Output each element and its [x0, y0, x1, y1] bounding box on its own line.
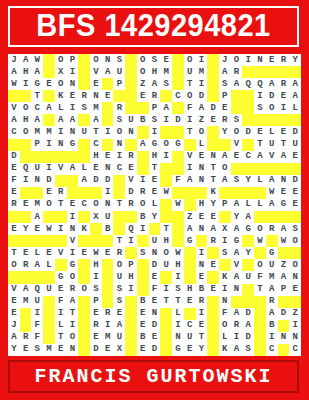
- letter-cell: E: [266, 54, 278, 66]
- letter-cell: G: [31, 78, 43, 90]
- letter-cell: B: [266, 320, 278, 332]
- blocked-cell: [254, 187, 266, 199]
- blocked-cell: [207, 139, 219, 151]
- title-box: BFS 1429294821: [8, 6, 299, 47]
- blocked-cell: [67, 187, 79, 199]
- blocked-cell: [172, 187, 184, 199]
- letter-cell: R: [149, 90, 161, 102]
- blocked-cell: [278, 163, 290, 175]
- letter-cell: T: [254, 139, 266, 151]
- blocked-cell: [55, 151, 67, 163]
- letter-cell: N: [196, 175, 208, 187]
- letter-cell: E: [137, 344, 149, 356]
- blocked-cell: [289, 66, 301, 78]
- letter-cell: R: [113, 102, 125, 114]
- letter-cell: A: [102, 66, 114, 78]
- letter-cell: O: [55, 78, 67, 90]
- letter-cell: N: [55, 139, 67, 151]
- blocked-cell: [207, 126, 219, 138]
- letter-cell: E: [102, 344, 114, 356]
- letter-cell: O: [20, 126, 32, 138]
- letter-cell: T: [172, 296, 184, 308]
- letter-cell: W: [8, 78, 20, 90]
- letter-cell: A: [266, 78, 278, 90]
- letter-cell: N: [289, 271, 301, 283]
- blocked-cell: [78, 344, 90, 356]
- blocked-cell: [254, 344, 266, 356]
- letter-cell: S: [113, 296, 125, 308]
- blocked-cell: [78, 259, 90, 271]
- blocked-cell: [278, 247, 290, 259]
- letter-cell: R: [90, 320, 102, 332]
- letter-cell: T: [55, 332, 67, 344]
- letter-cell: N: [278, 332, 290, 344]
- blocked-cell: [254, 114, 266, 126]
- letter-cell: D: [242, 332, 254, 344]
- blocked-cell: [160, 126, 172, 138]
- blocked-cell: [289, 163, 301, 175]
- blocked-cell: [266, 211, 278, 223]
- letter-cell: A: [278, 271, 290, 283]
- letter-cell: U: [113, 271, 125, 283]
- letter-cell: G: [55, 271, 67, 283]
- letter-cell: F: [219, 308, 231, 320]
- letter-cell: E: [67, 199, 79, 211]
- blocked-cell: [78, 235, 90, 247]
- letter-cell: I: [67, 320, 79, 332]
- letter-cell: W: [90, 247, 102, 259]
- letter-cell: D: [196, 90, 208, 102]
- blocked-cell: [20, 211, 32, 223]
- blocked-cell: [149, 223, 161, 235]
- blocked-cell: [102, 78, 114, 90]
- letter-cell: N: [67, 126, 79, 138]
- letter-cell: E: [219, 102, 231, 114]
- letter-cell: A: [55, 114, 67, 126]
- blocked-cell: [207, 54, 219, 66]
- letter-cell: E: [278, 187, 290, 199]
- blocked-cell: [43, 114, 55, 126]
- blocked-cell: [20, 320, 32, 332]
- letter-cell: A: [219, 151, 231, 163]
- blocked-cell: [207, 320, 219, 332]
- blocked-cell: [8, 211, 20, 223]
- letter-cell: R: [20, 259, 32, 271]
- blocked-cell: [254, 66, 266, 78]
- blocked-cell: [219, 211, 231, 223]
- letter-cell: T: [113, 199, 125, 211]
- blocked-cell: [242, 114, 254, 126]
- letter-cell: N: [67, 344, 79, 356]
- blocked-cell: [160, 332, 172, 344]
- letter-cell: C: [113, 163, 125, 175]
- letter-cell: E: [90, 78, 102, 90]
- letter-cell: A: [242, 320, 254, 332]
- blocked-cell: [125, 211, 137, 223]
- letter-cell: W: [31, 54, 43, 66]
- letter-cell: P: [31, 139, 43, 151]
- letter-cell: O: [184, 90, 196, 102]
- letter-cell: A: [67, 114, 79, 126]
- letter-cell: U: [31, 163, 43, 175]
- letter-cell: E: [8, 223, 20, 235]
- letter-cell: R: [231, 66, 243, 78]
- blocked-cell: [125, 344, 137, 356]
- letter-cell: N: [67, 223, 79, 235]
- letter-cell: Z: [137, 78, 149, 90]
- letter-cell: O: [90, 54, 102, 66]
- letter-cell: A: [278, 151, 290, 163]
- letter-cell: D: [102, 175, 114, 187]
- letter-cell: O: [196, 126, 208, 138]
- letter-cell: E: [137, 308, 149, 320]
- letter-cell: F: [55, 296, 67, 308]
- letter-cell: B: [196, 284, 208, 296]
- letter-cell: Q: [31, 284, 43, 296]
- letter-cell: A: [231, 78, 243, 90]
- letter-cell: Q: [20, 163, 32, 175]
- blocked-cell: [78, 114, 90, 126]
- blocked-cell: [278, 320, 290, 332]
- letter-cell: R: [113, 247, 125, 259]
- letter-cell: E: [207, 284, 219, 296]
- letter-cell: Y: [8, 344, 20, 356]
- letter-cell: Z: [289, 308, 301, 320]
- letter-cell: G: [149, 139, 161, 151]
- letter-cell: S: [113, 284, 125, 296]
- letter-cell: O: [8, 259, 20, 271]
- blocked-cell: [125, 332, 137, 344]
- letter-cell: M: [196, 66, 208, 78]
- blocked-cell: [125, 54, 137, 66]
- letter-cell: P: [278, 284, 290, 296]
- letter-cell: E: [90, 332, 102, 344]
- letter-cell: D: [90, 175, 102, 187]
- letter-cell: D: [266, 90, 278, 102]
- letter-cell: H: [196, 199, 208, 211]
- blocked-cell: [102, 271, 114, 283]
- letter-cell: L: [266, 126, 278, 138]
- letter-cell: G: [172, 139, 184, 151]
- blocked-cell: [78, 271, 90, 283]
- blocked-cell: [55, 259, 67, 271]
- blocked-cell: [113, 187, 125, 199]
- letter-cell: S: [113, 54, 125, 66]
- letter-cell: I: [172, 271, 184, 283]
- letter-cell: O: [20, 102, 32, 114]
- letter-cell: E: [102, 90, 114, 102]
- blocked-cell: [78, 211, 90, 223]
- letter-cell: C: [78, 199, 90, 211]
- letter-cell: E: [8, 296, 20, 308]
- letter-cell: F: [31, 332, 43, 344]
- letter-cell: I: [219, 284, 231, 296]
- blocked-cell: [289, 211, 301, 223]
- letter-cell: E: [78, 247, 90, 259]
- letter-cell: O: [55, 54, 67, 66]
- blocked-cell: [242, 284, 254, 296]
- letter-cell: A: [289, 90, 301, 102]
- letter-cell: A: [266, 308, 278, 320]
- letter-cell: H: [172, 259, 184, 271]
- letter-cell: N: [207, 151, 219, 163]
- blocked-cell: [242, 163, 254, 175]
- letter-cell: O: [254, 223, 266, 235]
- letter-cell: W: [172, 199, 184, 211]
- letter-cell: E: [8, 187, 20, 199]
- letter-cell: K: [78, 223, 90, 235]
- letter-cell: S: [231, 175, 243, 187]
- blocked-cell: [172, 223, 184, 235]
- letter-cell: R: [219, 114, 231, 126]
- letter-cell: O: [113, 126, 125, 138]
- letter-cell: I: [102, 187, 114, 199]
- letter-cell: Q: [125, 223, 137, 235]
- letter-cell: A: [31, 211, 43, 223]
- blocked-cell: [231, 90, 243, 102]
- letter-cell: B: [137, 296, 149, 308]
- letter-cell: I: [90, 271, 102, 283]
- blocked-cell: [125, 102, 137, 114]
- letter-cell: T: [90, 126, 102, 138]
- letter-cell: E: [196, 211, 208, 223]
- letter-cell: P: [149, 102, 161, 114]
- letter-cell: A: [207, 223, 219, 235]
- letter-cell: L: [254, 199, 266, 211]
- blocked-cell: [242, 102, 254, 114]
- blocked-cell: [172, 78, 184, 90]
- author-box: FRANCIS GURTOWSKI: [8, 360, 299, 393]
- blocked-cell: [242, 187, 254, 199]
- letter-cell: N: [102, 199, 114, 211]
- blocked-cell: [31, 151, 43, 163]
- letter-cell: D: [90, 344, 102, 356]
- blocked-cell: [172, 163, 184, 175]
- letter-cell: E: [160, 54, 172, 66]
- blocked-cell: [43, 90, 55, 102]
- letter-cell: E: [278, 126, 290, 138]
- letter-cell: R: [137, 187, 149, 199]
- letter-cell: U: [184, 66, 196, 78]
- letter-cell: R: [231, 320, 243, 332]
- letter-cell: Z: [184, 211, 196, 223]
- letter-cell: O: [266, 102, 278, 114]
- blocked-cell: [231, 296, 243, 308]
- blocked-cell: [254, 163, 266, 175]
- letter-cell: R: [278, 78, 290, 90]
- blocked-cell: [207, 247, 219, 259]
- blocked-cell: [20, 271, 32, 283]
- blocked-cell: [43, 211, 55, 223]
- letter-cell: K: [207, 187, 219, 199]
- letter-cell: S: [90, 284, 102, 296]
- blocked-cell: [266, 114, 278, 126]
- letter-cell: C: [184, 320, 196, 332]
- letter-cell: T: [254, 284, 266, 296]
- letter-cell: U: [242, 271, 254, 283]
- letter-cell: P: [67, 54, 79, 66]
- blocked-cell: [207, 66, 219, 78]
- blocked-cell: [207, 308, 219, 320]
- blocked-cell: [55, 235, 67, 247]
- letter-cell: I: [137, 223, 149, 235]
- letter-cell: X: [90, 211, 102, 223]
- blocked-cell: [219, 187, 231, 199]
- letter-cell: A: [137, 139, 149, 151]
- blocked-cell: [31, 271, 43, 283]
- letter-cell: B: [137, 332, 149, 344]
- letter-cell: N: [196, 223, 208, 235]
- blocked-cell: [43, 66, 55, 78]
- letter-cell: I: [172, 320, 184, 332]
- letter-cell: S: [219, 78, 231, 90]
- letter-cell: R: [196, 296, 208, 308]
- blocked-cell: [196, 235, 208, 247]
- letter-cell: A: [231, 223, 243, 235]
- letter-cell: H: [184, 284, 196, 296]
- letter-cell: A: [254, 151, 266, 163]
- letter-cell: J: [219, 54, 231, 66]
- letter-cell: A: [196, 102, 208, 114]
- blocked-cell: [43, 320, 55, 332]
- letter-cell: I: [184, 163, 196, 175]
- letter-cell: N: [149, 247, 161, 259]
- blocked-cell: [160, 163, 172, 175]
- blocked-cell: [137, 235, 149, 247]
- letter-cell: G: [278, 199, 290, 211]
- letter-cell: E: [289, 151, 301, 163]
- letter-cell: O: [219, 320, 231, 332]
- blocked-cell: [207, 296, 219, 308]
- letter-cell: U: [78, 126, 90, 138]
- blocked-cell: [184, 187, 196, 199]
- blocked-cell: [78, 187, 90, 199]
- letter-cell: A: [8, 66, 20, 78]
- blocked-cell: [137, 271, 149, 283]
- letter-cell: O: [231, 54, 243, 66]
- blocked-cell: [278, 66, 290, 78]
- letter-cell: O: [160, 247, 172, 259]
- letter-cell: I: [219, 235, 231, 247]
- blocked-cell: [67, 175, 79, 187]
- blocked-cell: [184, 199, 196, 211]
- letter-cell: E: [149, 296, 161, 308]
- letter-cell: D: [149, 320, 161, 332]
- letter-cell: E: [184, 344, 196, 356]
- blocked-cell: [266, 235, 278, 247]
- letter-cell: A: [184, 223, 196, 235]
- letter-cell: Y: [20, 223, 32, 235]
- letter-cell: D: [242, 308, 254, 320]
- letter-cell: S: [160, 78, 172, 90]
- blocked-cell: [219, 259, 231, 271]
- blocked-cell: [266, 163, 278, 175]
- blocked-cell: [160, 90, 172, 102]
- blocked-cell: [8, 139, 20, 151]
- letter-cell: O: [137, 66, 149, 78]
- letter-cell: T: [55, 199, 67, 211]
- letter-cell: A: [231, 247, 243, 259]
- letter-cell: I: [125, 235, 137, 247]
- blocked-cell: [289, 114, 301, 126]
- blocked-cell: [160, 308, 172, 320]
- letter-cell: M: [20, 296, 32, 308]
- letter-cell: A: [278, 223, 290, 235]
- letter-cell: I: [160, 114, 172, 126]
- letter-cell: E: [90, 163, 102, 175]
- blocked-cell: [137, 126, 149, 138]
- letter-cell: Y: [242, 175, 254, 187]
- letter-cell: A: [113, 320, 125, 332]
- blocked-cell: [125, 320, 137, 332]
- letter-cell: U: [266, 139, 278, 151]
- letter-cell: E: [149, 187, 161, 199]
- blocked-cell: [184, 247, 196, 259]
- letter-cell: I: [184, 114, 196, 126]
- letter-cell: E: [20, 199, 32, 211]
- letter-cell: E: [125, 163, 137, 175]
- letter-cell: Q: [242, 78, 254, 90]
- letter-cell: G: [67, 139, 79, 151]
- letter-cell: I: [160, 284, 172, 296]
- letter-cell: O: [78, 284, 90, 296]
- letter-cell: R: [266, 296, 278, 308]
- blocked-cell: [78, 66, 90, 78]
- letter-cell: E: [196, 151, 208, 163]
- letter-cell: A: [266, 284, 278, 296]
- letter-cell: A: [20, 54, 32, 66]
- letter-cell: O: [90, 199, 102, 211]
- letter-cell: N: [231, 284, 243, 296]
- letter-cell: E: [278, 90, 290, 102]
- blocked-cell: [78, 320, 90, 332]
- blocked-cell: [184, 139, 196, 151]
- letter-cell: I: [149, 126, 161, 138]
- blocked-cell: [242, 139, 254, 151]
- blocked-cell: [196, 187, 208, 199]
- blocked-cell: [125, 78, 137, 90]
- letter-cell: I: [196, 247, 208, 259]
- letter-cell: U: [31, 296, 43, 308]
- blocked-cell: [172, 54, 184, 66]
- letter-cell: L: [149, 199, 161, 211]
- letter-cell: V: [231, 139, 243, 151]
- letter-cell: P: [113, 78, 125, 90]
- letter-cell: C: [266, 344, 278, 356]
- blocked-cell: [172, 102, 184, 114]
- letter-cell: M: [102, 332, 114, 344]
- blocked-cell: [289, 296, 301, 308]
- letter-cell: H: [90, 151, 102, 163]
- letter-cell: E: [20, 247, 32, 259]
- letter-cell: E: [207, 211, 219, 223]
- letter-cell: L: [172, 308, 184, 320]
- letter-cell: L: [289, 102, 301, 114]
- letter-cell: V: [8, 102, 20, 114]
- blocked-cell: [231, 163, 243, 175]
- letter-cell: T: [67, 308, 79, 320]
- letter-cell: R: [125, 151, 137, 163]
- letter-cell: G: [242, 223, 254, 235]
- blocked-cell: [102, 114, 114, 126]
- letter-cell: E: [196, 320, 208, 332]
- letter-cell: I: [31, 308, 43, 320]
- letter-cell: G: [67, 259, 79, 271]
- letter-cell: O: [137, 199, 149, 211]
- letter-cell: A: [31, 66, 43, 78]
- letter-cell: O: [137, 54, 149, 66]
- letter-cell: T: [207, 163, 219, 175]
